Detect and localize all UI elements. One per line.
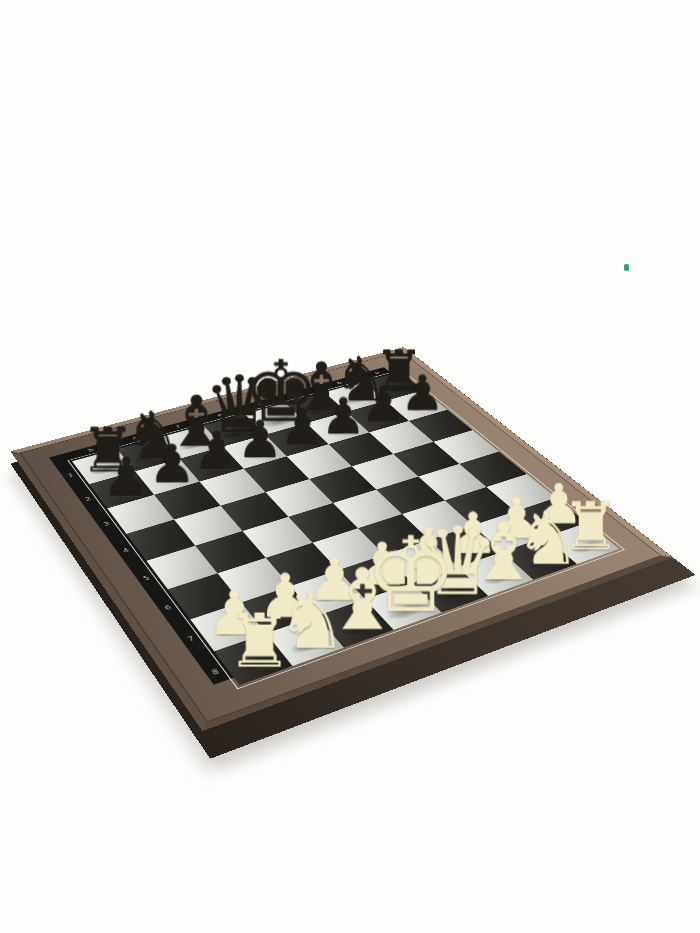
board-frame: hgfedcba hgfedcba 12345678 12345678 ♜♞♝♛… bbox=[10, 347, 672, 731]
chess-board: hgfedcba hgfedcba 12345678 12345678 ♜♞♝♛… bbox=[10, 344, 695, 742]
product-photo-stage: hgfedcba hgfedcba 12345678 12345678 ♜♞♝♛… bbox=[0, 0, 700, 933]
stray-pixel-artifact bbox=[624, 264, 629, 271]
